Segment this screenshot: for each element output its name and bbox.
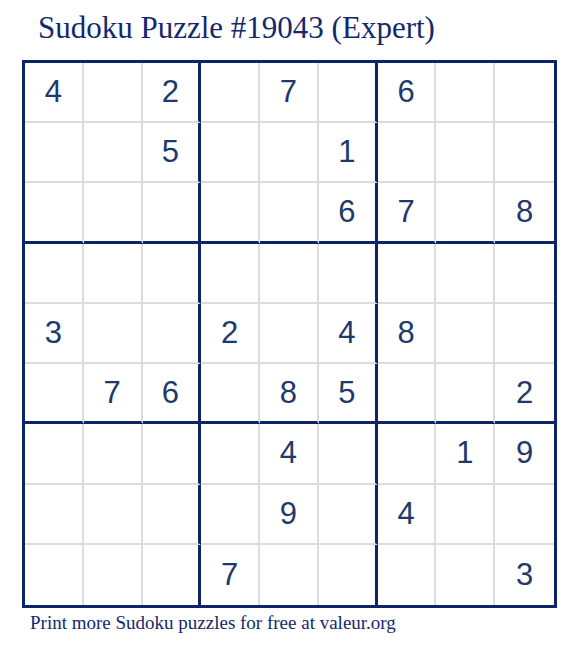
cell-r5c8	[436, 304, 495, 364]
cell-r8c4	[201, 485, 260, 545]
cell-r6c2: 7	[84, 364, 143, 424]
cell-r8c6	[319, 485, 378, 545]
cell-r5c1: 3	[25, 304, 84, 364]
cell-r2c6: 1	[319, 123, 378, 183]
cell-r3c4	[201, 183, 260, 243]
cell-r6c1	[25, 364, 84, 424]
cell-r3c2	[84, 183, 143, 243]
cell-r8c9	[495, 485, 554, 545]
cell-r8c1	[25, 485, 84, 545]
cell-r4c9	[495, 244, 554, 304]
cell-r9c7	[378, 545, 437, 605]
cell-r5c6: 4	[319, 304, 378, 364]
cell-r8c7: 4	[378, 485, 437, 545]
cell-r7c9: 9	[495, 424, 554, 484]
cell-r1c5: 7	[260, 63, 319, 123]
cell-r3c3	[143, 183, 202, 243]
cell-r8c8	[436, 485, 495, 545]
cell-r2c2	[84, 123, 143, 183]
sudoku-board: 4276516783248768524199473	[22, 60, 557, 608]
cell-r2c1	[25, 123, 84, 183]
cell-r1c6	[319, 63, 378, 123]
cell-r7c4	[201, 424, 260, 484]
cell-r4c4	[201, 244, 260, 304]
cell-r6c4	[201, 364, 260, 424]
cell-r7c2	[84, 424, 143, 484]
cell-r9c3	[143, 545, 202, 605]
cell-r4c6	[319, 244, 378, 304]
cell-r5c4: 2	[201, 304, 260, 364]
cell-r9c6	[319, 545, 378, 605]
cell-r2c9	[495, 123, 554, 183]
cell-r2c5	[260, 123, 319, 183]
cell-r6c8	[436, 364, 495, 424]
cell-r6c3: 6	[143, 364, 202, 424]
cell-r1c9	[495, 63, 554, 123]
cell-r8c5: 9	[260, 485, 319, 545]
cell-r7c7	[378, 424, 437, 484]
cell-r9c4: 7	[201, 545, 260, 605]
cell-r7c6	[319, 424, 378, 484]
cell-r1c4	[201, 63, 260, 123]
cell-r1c2	[84, 63, 143, 123]
cell-r3c7: 7	[378, 183, 437, 243]
cell-r2c7	[378, 123, 437, 183]
cell-r1c1: 4	[25, 63, 84, 123]
cell-r1c8	[436, 63, 495, 123]
cell-r2c4	[201, 123, 260, 183]
cell-r5c7: 8	[378, 304, 437, 364]
cell-r4c3	[143, 244, 202, 304]
cell-r5c9	[495, 304, 554, 364]
cell-r4c8	[436, 244, 495, 304]
cell-r4c2	[84, 244, 143, 304]
cell-r3c1	[25, 183, 84, 243]
cell-r6c7	[378, 364, 437, 424]
cell-r1c7: 6	[378, 63, 437, 123]
cell-r9c1	[25, 545, 84, 605]
cell-r5c2	[84, 304, 143, 364]
cell-r5c5	[260, 304, 319, 364]
cell-r6c5: 8	[260, 364, 319, 424]
cell-r7c3	[143, 424, 202, 484]
cell-r3c5	[260, 183, 319, 243]
cell-r5c3	[143, 304, 202, 364]
cell-r7c1	[25, 424, 84, 484]
page-title: Sudoku Puzzle #19043 (Expert)	[38, 10, 435, 46]
footer-note: Print more Sudoku puzzles for free at va…	[30, 612, 396, 634]
cell-r1c3: 2	[143, 63, 202, 123]
cell-r6c9: 2	[495, 364, 554, 424]
cell-r9c8	[436, 545, 495, 605]
cell-r4c7	[378, 244, 437, 304]
cell-r9c9: 3	[495, 545, 554, 605]
cell-r3c6: 6	[319, 183, 378, 243]
cell-r4c1	[25, 244, 84, 304]
cell-r8c3	[143, 485, 202, 545]
cell-r7c8: 1	[436, 424, 495, 484]
cell-r9c5	[260, 545, 319, 605]
cell-r3c9: 8	[495, 183, 554, 243]
cell-r8c2	[84, 485, 143, 545]
cell-r7c5: 4	[260, 424, 319, 484]
cell-r2c8	[436, 123, 495, 183]
cell-r3c8	[436, 183, 495, 243]
cell-r9c2	[84, 545, 143, 605]
cell-r6c6: 5	[319, 364, 378, 424]
cell-r4c5	[260, 244, 319, 304]
cell-r2c3: 5	[143, 123, 202, 183]
